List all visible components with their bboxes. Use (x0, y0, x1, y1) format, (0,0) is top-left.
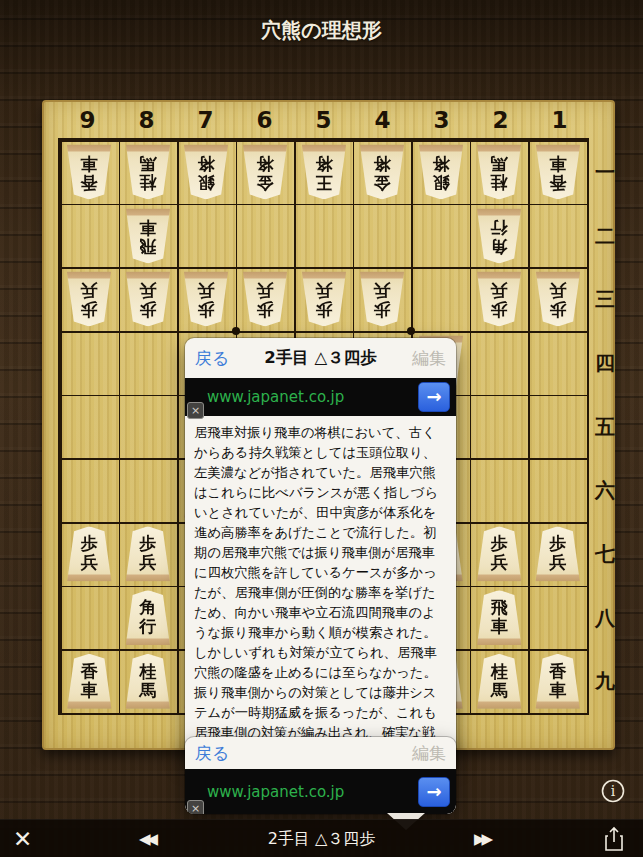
piece-香車-11[interactable]: 香車 (535, 144, 581, 199)
ad-go-button[interactable]: → (418, 382, 450, 412)
right-arrow-icon: → (426, 783, 441, 801)
piece-歩兵-13[interactable]: 歩兵 (535, 272, 581, 327)
rank-labels: 一二三四五六七八九 (593, 138, 617, 715)
piece-kanji: 桂馬 (125, 149, 171, 199)
ad-close-button[interactable]: × (187, 800, 204, 814)
ad-banner[interactable]: www.japanet.co.jp → × (185, 769, 456, 814)
piece-kanji: 香車 (535, 654, 581, 704)
piece-香車-19[interactable]: 香車 (535, 654, 581, 709)
file-label-4: 4 (353, 105, 412, 135)
popover-move-title: 2手目 △３四歩 (225, 347, 416, 369)
piece-歩兵-97[interactable]: 歩兵 (66, 526, 112, 581)
rank-label-5: 五 (593, 414, 617, 441)
current-move-label: 2手目 △３四歩 (0, 828, 643, 849)
rank-label-1: 一 (593, 159, 617, 186)
edit-button[interactable]: 編集 (412, 347, 446, 370)
right-arrow-icon: → (426, 388, 441, 406)
fast-forward-button[interactable]: ▶▶ (474, 831, 489, 846)
piece-kanji: 香車 (535, 149, 581, 199)
piece-kanji: 飛車 (125, 213, 171, 263)
piece-kanji: 歩兵 (242, 277, 288, 327)
piece-香車-91[interactable]: 香車 (66, 144, 112, 199)
file-labels: 987654321 (58, 105, 589, 135)
piece-角行-22[interactable]: 角行 (476, 208, 522, 263)
piece-歩兵-87[interactable]: 歩兵 (125, 526, 171, 581)
popover-header: 戻る 編集 (185, 737, 456, 769)
piece-歩兵-23[interactable]: 歩兵 (476, 272, 522, 327)
piece-kanji: 歩兵 (476, 526, 522, 576)
piece-金将-61[interactable]: 金将 (242, 144, 288, 199)
piece-kanji: 銀将 (183, 149, 229, 199)
piece-角行-88[interactable]: 角行 (125, 590, 171, 645)
rank-label-3: 三 (593, 286, 617, 313)
piece-kanji: 桂馬 (476, 654, 522, 704)
piece-歩兵-93[interactable]: 歩兵 (66, 272, 112, 327)
piece-kanji: 金将 (242, 149, 288, 199)
piece-歩兵-73[interactable]: 歩兵 (183, 272, 229, 327)
piece-kanji: 歩兵 (125, 277, 171, 327)
close-icon: × (191, 803, 200, 814)
page-title: 穴熊の理想形 (0, 17, 643, 44)
piece-飛車-28[interactable]: 飛車 (476, 590, 522, 645)
piece-歩兵-83[interactable]: 歩兵 (125, 272, 171, 327)
piece-kanji: 歩兵 (535, 526, 581, 576)
ad-url-link[interactable]: www.japanet.co.jp (207, 783, 344, 801)
commentary-text[interactable]: 居飛車対振り飛車の将棋において、古くからある持久戦策としては玉頭位取り、左美濃な… (185, 416, 456, 758)
star-point (232, 327, 240, 335)
rank-label-8: 八 (593, 605, 617, 632)
piece-歩兵-27[interactable]: 歩兵 (476, 526, 522, 581)
ad-close-button[interactable]: × (187, 402, 204, 419)
piece-歩兵-43[interactable]: 歩兵 (359, 272, 405, 327)
share-button[interactable] (602, 825, 626, 857)
file-label-7: 7 (176, 105, 235, 135)
piece-kanji: 歩兵 (66, 526, 112, 576)
piece-kanji: 王将 (301, 149, 347, 199)
file-label-2: 2 (471, 105, 530, 135)
rank-label-2: 二 (593, 223, 617, 250)
piece-歩兵-53[interactable]: 歩兵 (301, 272, 347, 327)
piece-kanji: 角行 (125, 590, 171, 640)
piece-kanji: 香車 (66, 654, 112, 704)
piece-桂馬-89[interactable]: 桂馬 (125, 654, 171, 709)
piece-桂馬-21[interactable]: 桂馬 (476, 144, 522, 199)
edit-button[interactable]: 編集 (412, 742, 446, 765)
info-icon: i (600, 778, 628, 806)
piece-飛車-82[interactable]: 飛車 (125, 208, 171, 263)
piece-kanji: 銀将 (418, 149, 464, 199)
piece-金将-41[interactable]: 金将 (359, 144, 405, 199)
piece-kanji: 桂馬 (125, 654, 171, 704)
rank-label-9: 九 (593, 668, 617, 695)
rear-popover: 戻る 編集 www.japanet.co.jp → × (185, 737, 456, 814)
svg-text:i: i (611, 783, 616, 799)
piece-歩兵-63[interactable]: 歩兵 (242, 272, 288, 327)
piece-kanji: 飛車 (476, 590, 522, 640)
piece-歩兵-17[interactable]: 歩兵 (535, 526, 581, 581)
rank-label-7: 七 (593, 541, 617, 568)
app-window: 穴熊の理想形 987654321 香車桂馬銀将金将王将金将銀将桂馬香車飛車角行歩… (0, 0, 643, 857)
file-label-1: 1 (530, 105, 589, 135)
popover-header: 戻る 2手目 △３四歩 編集 (185, 338, 456, 378)
move-commentary-popover: 戻る 2手目 △３四歩 編集 www.japanet.co.jp → × 居飛車… (185, 338, 456, 758)
share-icon (602, 825, 626, 853)
piece-銀将-71[interactable]: 銀将 (183, 144, 229, 199)
back-button[interactable]: 戻る (195, 742, 229, 765)
piece-kanji: 歩兵 (301, 277, 347, 327)
info-button[interactable]: i (600, 778, 628, 806)
piece-kanji: 桂馬 (476, 149, 522, 199)
piece-kanji: 歩兵 (359, 277, 405, 327)
bottom-toolbar: ✕ ◀◀ 2手目 △３四歩 ▶▶ (0, 819, 643, 857)
file-label-9: 9 (58, 105, 117, 135)
piece-桂馬-81[interactable]: 桂馬 (125, 144, 171, 199)
rank-label-6: 六 (593, 477, 617, 504)
file-label-5: 5 (294, 105, 353, 135)
piece-kanji: 角行 (476, 213, 522, 263)
file-label-8: 8 (117, 105, 176, 135)
ad-go-button[interactable]: → (418, 777, 450, 807)
piece-kanji: 歩兵 (66, 277, 112, 327)
star-point (407, 327, 415, 335)
file-label-6: 6 (235, 105, 294, 135)
piece-kanji: 歩兵 (535, 277, 581, 327)
close-icon: × (191, 405, 200, 416)
piece-王将-51[interactable]: 王将 (301, 144, 347, 199)
piece-kanji: 歩兵 (125, 526, 171, 576)
piece-kanji: 歩兵 (183, 277, 229, 327)
piece-kanji: 香車 (66, 149, 112, 199)
piece-kanji: 金将 (359, 149, 405, 199)
piece-香車-99[interactable]: 香車 (66, 654, 112, 709)
rank-label-4: 四 (593, 350, 617, 377)
piece-銀将-31[interactable]: 銀将 (418, 144, 464, 199)
piece-kanji: 歩兵 (476, 277, 522, 327)
ad-url-link[interactable]: www.japanet.co.jp (207, 388, 344, 406)
ad-banner[interactable]: www.japanet.co.jp → × (185, 378, 456, 416)
piece-桂馬-29[interactable]: 桂馬 (476, 654, 522, 709)
file-label-3: 3 (412, 105, 471, 135)
